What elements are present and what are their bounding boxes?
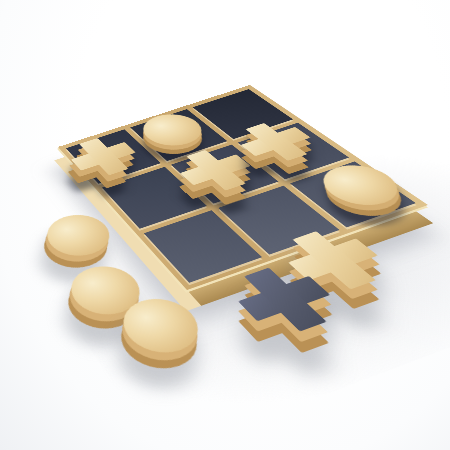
photo-scene — [0, 0, 450, 450]
table-surface — [58, 85, 428, 290]
